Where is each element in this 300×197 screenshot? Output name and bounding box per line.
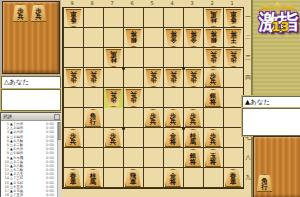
shogi-piece-歩[interactable]: 歩兵: [30, 4, 47, 22]
board-cell[interactable]: [63, 148, 83, 168]
board-cell[interactable]: [143, 8, 163, 28]
board-cell[interactable]: [123, 128, 143, 148]
board-cell[interactable]: [163, 48, 183, 68]
board-cell[interactable]: [123, 148, 143, 168]
board-cell[interactable]: [123, 48, 143, 68]
file-coordinate: 7: [102, 0, 122, 7]
board-cell[interactable]: [183, 88, 203, 108]
board-cell[interactable]: [143, 128, 163, 148]
board-cell[interactable]: [63, 28, 83, 48]
board-cell[interactable]: [203, 108, 223, 128]
board-cell[interactable]: [143, 88, 163, 108]
board-cell[interactable]: [143, 148, 163, 168]
board-cell[interactable]: [103, 108, 123, 128]
shogi-piece-角[interactable]: 角行: [256, 174, 273, 192]
board-cell[interactable]: [143, 168, 163, 188]
sente-captured-tray[interactable]: 角行: [253, 136, 300, 197]
gote-info-box: [1, 89, 61, 111]
board-cell[interactable]: [83, 128, 103, 148]
board-cell[interactable]: [63, 108, 83, 128]
sente-player-name: ▲あなた: [243, 97, 300, 108]
board-cell[interactable]: [163, 148, 183, 168]
left-panel: 歩兵歩兵 △あなた 棋譜 1▲７六歩0:002△３四歩0:003▲２六歩0:00…: [0, 0, 61, 197]
star-point: [122, 127, 125, 130]
file-coordinate: 4: [162, 0, 182, 7]
shogi-board[interactable]: 香車桂馬香車銀将金将金将銀将王将桂馬歩兵歩兵歩兵歩兵歩兵歩兵歩兵歩兵歩兵歩兵銀将…: [62, 7, 244, 189]
board-cell[interactable]: [103, 68, 123, 88]
board-cell[interactable]: [123, 108, 143, 128]
board-cell[interactable]: [203, 168, 223, 188]
file-coordinate: 5: [142, 0, 162, 7]
board-cell[interactable]: [83, 148, 103, 168]
gote-player-name: △あなた: [2, 77, 60, 88]
board-cell[interactable]: [223, 108, 243, 128]
board-cell[interactable]: [163, 8, 183, 28]
board-cell[interactable]: [83, 8, 103, 28]
board-panel: 香車桂馬香車銀将金将金将銀将王将桂馬歩兵歩兵歩兵歩兵歩兵歩兵歩兵歩兵歩兵歩兵銀将…: [61, 0, 251, 197]
move-list-window[interactable]: 棋譜 1▲７六歩0:002△３四歩0:003▲２六歩0:004△４四歩0:005…: [0, 112, 62, 197]
board-cell[interactable]: [163, 88, 183, 108]
board-cell[interactable]: [123, 68, 143, 88]
file-coordinate: 3: [182, 0, 202, 7]
star-point: [122, 67, 125, 70]
file-coordinate: 6: [122, 0, 142, 7]
board-cell[interactable]: [63, 88, 83, 108]
board-cell[interactable]: [183, 8, 203, 28]
shogi-piece-歩[interactable]: 歩兵: [12, 4, 29, 22]
board-cell[interactable]: [103, 8, 123, 28]
board-cell[interactable]: [223, 148, 243, 168]
move-list-button[interactable]: [54, 114, 60, 120]
file-coordinate: 1: [222, 0, 242, 7]
star-point: [182, 127, 185, 130]
board-cell[interactable]: [223, 128, 243, 148]
right-panel: 激指 13 ▲あなた 角行: [251, 0, 300, 197]
board-cell[interactable]: [183, 168, 203, 188]
star-point: [182, 67, 185, 70]
gote-captured-tray[interactable]: 歩兵歩兵: [2, 1, 60, 74]
file-coordinate: 9: [62, 0, 82, 7]
app-logo: 激指 13: [253, 2, 300, 62]
app-window: 歩兵歩兵 △あなた 棋譜 1▲７六歩0:002△３四歩0:003▲２六歩0:00…: [0, 0, 300, 197]
board-cell[interactable]: [123, 8, 143, 28]
move-list-titlebar[interactable]: 棋譜: [1, 113, 61, 121]
board-cell[interactable]: [223, 88, 243, 108]
board-cell[interactable]: [103, 28, 123, 48]
board-cell[interactable]: [83, 88, 103, 108]
board-cell[interactable]: [103, 168, 123, 188]
gote-player-label: △あなた: [1, 76, 61, 89]
move-list-rows[interactable]: 1▲７六歩0:002△３四歩0:003▲２六歩0:004△４四歩0:005▲４八…: [1, 122, 56, 197]
file-coordinate: 8: [82, 0, 102, 7]
sente-info-box: [242, 108, 300, 136]
board-cell[interactable]: [183, 48, 203, 68]
file-coordinate: 2: [202, 0, 222, 7]
board-cell[interactable]: [223, 68, 243, 88]
board-cell[interactable]: [83, 28, 103, 48]
board-cell[interactable]: [143, 28, 163, 48]
move-row[interactable]: 18△７五歩0:00: [1, 193, 56, 197]
board-cell[interactable]: [143, 48, 163, 68]
board-cell[interactable]: [63, 48, 83, 68]
move-list-title: 棋譜: [3, 114, 12, 119]
board-cell[interactable]: [103, 148, 123, 168]
board-cell[interactable]: [83, 48, 103, 68]
